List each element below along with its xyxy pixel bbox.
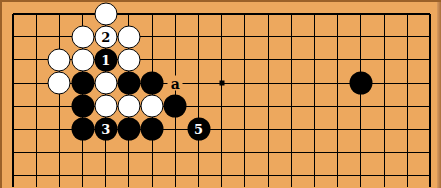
board-intersection[interactable]: [1, 141, 24, 164]
board-intersection[interactable]: [141, 71, 164, 94]
board-intersection[interactable]: [372, 25, 395, 48]
grid-line-vertical: [314, 95, 315, 118]
grid-line-vertical: [407, 118, 408, 141]
board-intersection[interactable]: [187, 95, 210, 118]
board-intersection[interactable]: [326, 48, 349, 71]
black-stone[interactable]: [117, 118, 140, 141]
grid-line-vertical: [360, 25, 361, 48]
grid-line-vertical: [291, 25, 292, 48]
board-intersection[interactable]: [187, 71, 210, 94]
grid-line-horizontal: [13, 59, 25, 60]
board-intersection[interactable]: [48, 164, 71, 187]
grid-line-vertical: [407, 71, 408, 94]
board-intersection[interactable]: [280, 71, 303, 94]
board-intersection[interactable]: [141, 25, 164, 48]
grid-line-vertical: [36, 71, 37, 94]
board-intersection[interactable]: [25, 95, 48, 118]
board-intersection[interactable]: 3: [94, 118, 117, 141]
grid-line-vertical: [175, 141, 176, 164]
board-intersection[interactable]: [141, 164, 164, 187]
board-intersection[interactable]: [280, 164, 303, 187]
board-intersection[interactable]: [164, 118, 187, 141]
grid-line-vertical: [429, 118, 431, 141]
grid-line-vertical: [429, 71, 431, 94]
board-intersection[interactable]: [233, 118, 256, 141]
grid-line-vertical: [36, 164, 37, 187]
board-intersection[interactable]: [25, 164, 48, 187]
board-intersection[interactable]: [396, 164, 419, 187]
grid-line-vertical: [221, 48, 222, 71]
board-intersection[interactable]: [349, 164, 372, 187]
grid-line-vertical: [429, 48, 431, 71]
grid-line-vertical: [337, 25, 338, 48]
grid-line-vertical: [244, 25, 245, 48]
grid-line-horizontal: [13, 129, 25, 130]
grid-line-vertical: [12, 14, 14, 26]
grid-line-vertical: [36, 118, 37, 141]
grid-line-vertical: [175, 48, 176, 71]
board-intersection[interactable]: 2: [94, 25, 117, 48]
board-intersection[interactable]: [48, 118, 71, 141]
grid-line-vertical: [221, 118, 222, 141]
grid-line-vertical: [198, 48, 199, 71]
grid-line-vertical: [59, 164, 60, 187]
move-number: 2: [101, 30, 110, 43]
grid-line-vertical: [82, 164, 83, 187]
board-intersection[interactable]: [1, 2, 24, 25]
board-intersection[interactable]: [117, 164, 140, 187]
board-intersection[interactable]: [372, 71, 395, 94]
board-intersection[interactable]: [256, 48, 279, 71]
grid-line-vertical: [268, 25, 269, 48]
board-intersection[interactable]: [94, 71, 117, 94]
grid-line-vertical: [128, 164, 129, 187]
grid-line-vertical: [407, 48, 408, 71]
board-intersection[interactable]: [187, 2, 210, 25]
board-intersection[interactable]: [141, 118, 164, 141]
board-intersection[interactable]: [326, 95, 349, 118]
grid-line-vertical: [152, 164, 153, 187]
grid-line-vertical: [59, 141, 60, 164]
grid-line-vertical: [429, 141, 431, 164]
board-intersection[interactable]: [256, 164, 279, 187]
grid-line-vertical: [268, 164, 269, 187]
board-intersection[interactable]: [326, 141, 349, 164]
board-intersection[interactable]: [303, 25, 326, 48]
board-intersection[interactable]: [372, 2, 395, 25]
board-intersection[interactable]: [25, 48, 48, 71]
board-intersection[interactable]: [141, 2, 164, 25]
grid-line-vertical: [337, 95, 338, 118]
grid-line-vertical: [244, 14, 245, 26]
grid-line-vertical: [384, 118, 385, 141]
grid-line-vertical: [314, 118, 315, 141]
board-intersection[interactable]: [280, 95, 303, 118]
grid-line-vertical: [407, 95, 408, 118]
grid-line-vertical: [244, 141, 245, 164]
board-intersection[interactable]: [210, 164, 233, 187]
grid-line-vertical: [244, 71, 245, 94]
grid-line-vertical: [198, 71, 199, 94]
grid-line-vertical: [407, 141, 408, 164]
grid-line-vertical: [384, 48, 385, 71]
board-frame-right-bevel: [437, 2, 441, 188]
grid-line-horizontal: [13, 83, 25, 84]
board-intersection[interactable]: [396, 48, 419, 71]
move-number: 3: [101, 123, 110, 136]
grid-line-vertical: [12, 25, 14, 48]
grid-line-vertical: [12, 95, 14, 118]
grid-line-vertical: [314, 25, 315, 48]
board-intersection[interactable]: [187, 164, 210, 187]
grid-line-vertical: [360, 95, 361, 118]
grid-line-vertical: [384, 95, 385, 118]
board-intersection[interactable]: [303, 118, 326, 141]
grid-line-vertical: [12, 118, 14, 141]
grid-line-vertical: [152, 48, 153, 71]
board-intersection[interactable]: [349, 95, 372, 118]
grid-line-vertical: [314, 71, 315, 94]
board-intersection[interactable]: [256, 95, 279, 118]
grid-line-vertical: [128, 141, 129, 164]
board-intersection[interactable]: [1, 95, 24, 118]
grid-line-vertical: [152, 141, 153, 164]
board-intersection[interactable]: [210, 71, 233, 94]
white-stone[interactable]: [117, 48, 140, 71]
board-intersection[interactable]: [303, 164, 326, 187]
board-intersection[interactable]: [372, 48, 395, 71]
board-intersection[interactable]: [187, 141, 210, 164]
grid-line-vertical: [59, 118, 60, 141]
board-intersection[interactable]: [48, 48, 71, 71]
black-stone[interactable]: [71, 118, 94, 141]
board-intersection[interactable]: [372, 141, 395, 164]
board-intersection[interactable]: [372, 95, 395, 118]
grid-line-vertical: [244, 164, 245, 187]
board-intersection[interactable]: [303, 141, 326, 164]
grid-line-vertical: [291, 14, 292, 26]
board-intersection[interactable]: [48, 2, 71, 25]
grid-line-vertical: [337, 141, 338, 164]
black-stone[interactable]: [71, 72, 94, 95]
grid-line-vertical: [59, 25, 60, 48]
grid-line-vertical: [59, 14, 60, 26]
grid-line-horizontal: [13, 175, 25, 176]
grid-line-vertical: [337, 71, 338, 94]
board-intersection[interactable]: [25, 118, 48, 141]
grid-line-horizontal: [13, 152, 25, 153]
board-intersection[interactable]: [256, 25, 279, 48]
black-stone[interactable]: [117, 72, 140, 95]
grid-line-vertical: [175, 14, 176, 26]
grid-line-vertical: [337, 164, 338, 187]
board-intersection[interactable]: [372, 118, 395, 141]
board-intersection[interactable]: [303, 71, 326, 94]
board-intersection[interactable]: [303, 2, 326, 25]
board-intersection[interactable]: [210, 25, 233, 48]
star-point-icon: [219, 81, 224, 86]
grid-line-vertical: [291, 48, 292, 71]
board-intersection[interactable]: [94, 141, 117, 164]
board-intersection[interactable]: [280, 118, 303, 141]
grid-line-vertical: [105, 164, 106, 187]
board-intersection[interactable]: [25, 2, 48, 25]
board-intersection[interactable]: [141, 95, 164, 118]
black-stone[interactable]: [141, 72, 164, 95]
board-intersection[interactable]: [71, 2, 94, 25]
grid-line-vertical: [360, 48, 361, 71]
board-intersection[interactable]: [349, 71, 372, 94]
grid-line-vertical: [12, 71, 14, 94]
board-intersection[interactable]: [71, 164, 94, 187]
grid-line-vertical: [360, 141, 361, 164]
grid-line-vertical: [12, 164, 14, 187]
board-intersection[interactable]: [326, 2, 349, 25]
board-intersection[interactable]: 1: [94, 48, 117, 71]
grid-line-vertical: [198, 14, 199, 26]
board-intersection[interactable]: [164, 25, 187, 48]
grid-line-vertical: [337, 118, 338, 141]
board-intersection[interactable]: [326, 164, 349, 187]
board-intersection[interactable]: [1, 71, 24, 94]
board-intersection[interactable]: [141, 141, 164, 164]
board-intersection[interactable]: [210, 95, 233, 118]
move-number: 1: [101, 53, 110, 66]
board-intersection[interactable]: [117, 141, 140, 164]
black-stone[interactable]: [141, 118, 164, 141]
board-intersection[interactable]: [349, 48, 372, 71]
board-intersection[interactable]: [349, 25, 372, 48]
board-intersection[interactable]: [326, 118, 349, 141]
white-stone[interactable]: [48, 72, 71, 95]
grid-line-vertical: [429, 14, 431, 26]
black-stone[interactable]: [71, 95, 94, 118]
board-intersection[interactable]: [48, 25, 71, 48]
board-intersection[interactable]: 5: [187, 118, 210, 141]
grid-line-vertical: [12, 141, 14, 164]
grid-line-vertical: [360, 14, 361, 26]
black-stone[interactable]: [164, 95, 187, 118]
grid-line-horizontal: [13, 106, 25, 107]
grid-line-vertical: [291, 141, 292, 164]
grid-line-vertical: [314, 164, 315, 187]
board-intersection[interactable]: [117, 95, 140, 118]
grid-line-vertical: [360, 164, 361, 187]
board-intersection[interactable]: [233, 48, 256, 71]
board-intersection[interactable]: [71, 141, 94, 164]
grid-line-vertical: [221, 141, 222, 164]
grid-line-vertical: [36, 141, 37, 164]
board-intersection[interactable]: [1, 164, 24, 187]
grid-line-vertical: [36, 95, 37, 118]
board-intersection[interactable]: [349, 141, 372, 164]
board-intersection[interactable]: [280, 141, 303, 164]
board-intersection[interactable]: [117, 118, 140, 141]
board-intersection[interactable]: [280, 25, 303, 48]
board-intersection[interactable]: [94, 2, 117, 25]
grid-line-vertical: [384, 141, 385, 164]
board-intersection[interactable]: [396, 71, 419, 94]
white-stone[interactable]: [94, 2, 117, 25]
go-board-diagram: 21a35: [0, 0, 441, 188]
black-stone[interactable]: 1: [94, 48, 117, 71]
grid-line-vertical: [36, 48, 37, 71]
board-intersection[interactable]: [396, 25, 419, 48]
board-intersection[interactable]: [210, 141, 233, 164]
board-intersection[interactable]: [117, 71, 140, 94]
board-intersection[interactable]: [48, 71, 71, 94]
grid-line-vertical: [152, 25, 153, 48]
black-stone[interactable]: 3: [94, 118, 117, 141]
grid-line-vertical: [105, 141, 106, 164]
board-intersection[interactable]: [396, 141, 419, 164]
grid-line-vertical: [384, 14, 385, 26]
grid-line-horizontal: [13, 36, 25, 37]
grid-line-vertical: [314, 48, 315, 71]
board-intersection[interactable]: [117, 2, 140, 25]
grid-line-vertical: [429, 164, 431, 187]
grid-line-vertical: [221, 25, 222, 48]
grid-line-vertical: [429, 25, 431, 48]
grid-line-vertical: [384, 164, 385, 187]
board-intersection[interactable]: [280, 2, 303, 25]
board-intersection[interactable]: [71, 48, 94, 71]
grid-line-vertical: [152, 14, 153, 26]
board-intersection[interactable]: [210, 118, 233, 141]
grid-line-vertical: [291, 164, 292, 187]
grid-line-vertical: [221, 14, 222, 26]
board-intersection[interactable]: [48, 95, 71, 118]
board-intersection[interactable]: [94, 95, 117, 118]
board-intersection[interactable]: [187, 48, 210, 71]
grid-line-vertical: [198, 95, 199, 118]
board-intersection[interactable]: [396, 95, 419, 118]
board-intersection[interactable]: [1, 118, 24, 141]
board-intersection[interactable]: [48, 141, 71, 164]
grid-line-vertical: [268, 71, 269, 94]
board-intersection[interactable]: [396, 118, 419, 141]
board-intersection[interactable]: [94, 164, 117, 187]
grid-line-vertical: [59, 95, 60, 118]
board-intersection[interactable]: [303, 48, 326, 71]
white-stone[interactable]: [71, 25, 94, 48]
board-intersection[interactable]: [256, 2, 279, 25]
grid-line-vertical: [198, 164, 199, 187]
board-intersection[interactable]: [164, 48, 187, 71]
grid-line-vertical: [244, 118, 245, 141]
grid-line-vertical: [337, 14, 338, 26]
board-intersection[interactable]: [396, 2, 419, 25]
grid-line-vertical: [82, 14, 83, 26]
grid-line-vertical: [314, 14, 315, 26]
board-intersection[interactable]: [1, 48, 24, 71]
board-intersection[interactable]: [326, 71, 349, 94]
board-intersection[interactable]: [233, 141, 256, 164]
board-intersection[interactable]: [303, 95, 326, 118]
board-intersection[interactable]: [233, 95, 256, 118]
grid-line-vertical: [268, 14, 269, 26]
black-stone[interactable]: [349, 72, 372, 95]
board-intersection[interactable]: [25, 25, 48, 48]
grid-line-vertical: [268, 141, 269, 164]
grid-line-vertical: [291, 95, 292, 118]
white-stone[interactable]: 2: [94, 25, 117, 48]
board-intersection[interactable]: [71, 71, 94, 94]
grid-line-vertical: [384, 71, 385, 94]
white-stone[interactable]: [71, 48, 94, 71]
board-intersection[interactable]: [233, 25, 256, 48]
board-intersection[interactable]: [117, 48, 140, 71]
board-intersection[interactable]: [349, 118, 372, 141]
board-intersection[interactable]: [210, 48, 233, 71]
board-intersection[interactable]: [372, 164, 395, 187]
board-intersection[interactable]: [210, 2, 233, 25]
grid-line-vertical: [268, 118, 269, 141]
grid-line-vertical: [337, 48, 338, 71]
go-board-grid: 21a35: [1, 2, 441, 188]
grid-line-vertical: [12, 48, 14, 71]
board-intersection[interactable]: [256, 118, 279, 141]
board-intersection[interactable]: [256, 71, 279, 94]
board-intersection[interactable]: [71, 25, 94, 48]
white-stone[interactable]: [48, 48, 71, 71]
board-intersection[interactable]: [164, 2, 187, 25]
grid-line-vertical: [36, 25, 37, 48]
black-stone[interactable]: 5: [187, 118, 210, 141]
grid-line-horizontal: [13, 13, 25, 15]
board-intersection[interactable]: [25, 71, 48, 94]
grid-line-vertical: [291, 71, 292, 94]
grid-line-vertical: [244, 48, 245, 71]
grid-line-vertical: [221, 164, 222, 187]
white-stone[interactable]: [117, 95, 140, 118]
grid-line-vertical: [175, 164, 176, 187]
grid-line-vertical: [407, 164, 408, 187]
grid-line-vertical: [314, 141, 315, 164]
board-intersection[interactable]: [1, 25, 24, 48]
board-intersection[interactable]: [326, 25, 349, 48]
board-intersection[interactable]: [349, 2, 372, 25]
move-number: 5: [194, 123, 203, 136]
board-intersection[interactable]: [164, 95, 187, 118]
board-intersection[interactable]: [25, 141, 48, 164]
white-stone[interactable]: [94, 95, 117, 118]
grid-line-vertical: [268, 48, 269, 71]
board-intersection[interactable]: [256, 141, 279, 164]
grid-line-vertical: [268, 95, 269, 118]
board-intersection[interactable]: [117, 25, 140, 48]
grid-line-vertical: [407, 25, 408, 48]
point-label: a: [168, 76, 183, 91]
grid-line-vertical: [198, 25, 199, 48]
grid-line-vertical: [175, 25, 176, 48]
board-intersection[interactable]: a: [164, 71, 187, 94]
board-intersection[interactable]: [233, 164, 256, 187]
board-intersection[interactable]: [233, 71, 256, 94]
white-stone[interactable]: [141, 95, 164, 118]
white-stone[interactable]: [94, 72, 117, 95]
board-intersection[interactable]: [164, 164, 187, 187]
board-intersection[interactable]: [164, 141, 187, 164]
board-intersection[interactable]: [71, 95, 94, 118]
board-intersection[interactable]: [233, 2, 256, 25]
board-intersection[interactable]: [141, 48, 164, 71]
grid-line-vertical: [407, 14, 408, 26]
board-intersection[interactable]: [71, 118, 94, 141]
board-intersection[interactable]: [280, 48, 303, 71]
board-intersection[interactable]: [187, 25, 210, 48]
white-stone[interactable]: [117, 25, 140, 48]
